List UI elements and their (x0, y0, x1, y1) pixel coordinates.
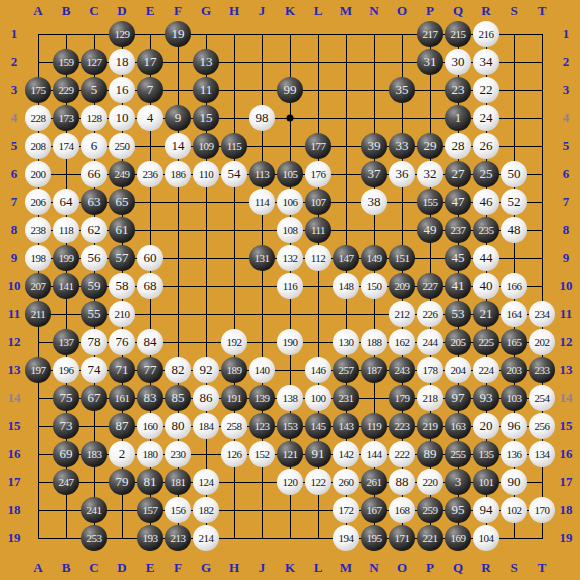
stone-H14[interactable]: 191 (221, 385, 247, 411)
stone-S14[interactable]: 103 (501, 385, 527, 411)
stone-C16[interactable]: 183 (81, 441, 107, 467)
stone-R4[interactable]: 24 (473, 105, 499, 131)
coord-label-P: P (416, 560, 444, 576)
stone-D9[interactable]: 57 (109, 245, 135, 271)
coord-label-G: G (192, 560, 220, 576)
stone-H6[interactable]: 54 (221, 161, 247, 187)
stone-P10[interactable]: 227 (417, 273, 443, 299)
stone-D1[interactable]: 129 (109, 21, 135, 47)
coord-label-O: O (388, 560, 416, 576)
stone-E16[interactable]: 180 (137, 441, 163, 467)
stone-F17[interactable]: 181 (165, 469, 191, 495)
coord-label-10: 10 (553, 272, 579, 300)
stone-P15[interactable]: 219 (417, 413, 443, 439)
coord-label-T: T (528, 560, 556, 576)
stone-C9[interactable]: 56 (81, 245, 107, 271)
stone-E18[interactable]: 157 (137, 497, 163, 523)
stone-T13[interactable]: 233 (529, 357, 555, 383)
coord-label-S: S (500, 3, 528, 19)
stone-E17[interactable]: 81 (137, 469, 163, 495)
stone-H13[interactable]: 189 (221, 357, 247, 383)
stone-F14[interactable]: 85 (165, 385, 191, 411)
stone-P8[interactable]: 49 (417, 217, 443, 243)
stone-G3[interactable]: 11 (193, 77, 219, 103)
coord-label-17: 17 (553, 468, 579, 496)
coord-label-H: H (220, 3, 248, 19)
coord-label-E: E (136, 560, 164, 576)
stone-A13[interactable]: 197 (25, 357, 51, 383)
stone-R16[interactable]: 135 (473, 441, 499, 467)
stone-R12[interactable]: 225 (473, 329, 499, 355)
stone-R13[interactable]: 224 (473, 357, 499, 383)
stone-K15[interactable]: 153 (277, 413, 303, 439)
coord-label-K: K (276, 3, 304, 19)
stone-Q14[interactable]: 97 (445, 385, 471, 411)
stone-O15[interactable]: 223 (389, 413, 415, 439)
stone-C13[interactable]: 74 (81, 357, 107, 383)
stone-B8[interactable]: 118 (53, 217, 79, 243)
stone-K14[interactable]: 138 (277, 385, 303, 411)
coord-label-15: 15 (553, 412, 579, 440)
stone-K3[interactable]: 99 (277, 77, 303, 103)
coord-label-B: B (52, 560, 80, 576)
stone-T16[interactable]: 134 (529, 441, 555, 467)
stone-P2[interactable]: 31 (417, 49, 443, 75)
stone-E19[interactable]: 193 (137, 525, 163, 551)
stone-N9[interactable]: 149 (361, 245, 387, 271)
stone-Q11[interactable]: 53 (445, 301, 471, 327)
stone-J13[interactable]: 140 (249, 357, 275, 383)
stone-F13[interactable]: 82 (165, 357, 191, 383)
stone-O3[interactable]: 35 (389, 77, 415, 103)
stone-B13[interactable]: 196 (53, 357, 79, 383)
stone-D8[interactable]: 61 (109, 217, 135, 243)
stone-O17[interactable]: 88 (389, 469, 415, 495)
stone-K6[interactable]: 105 (277, 161, 303, 187)
coord-label-13: 13 (553, 356, 579, 384)
stone-L8[interactable]: 111 (305, 217, 331, 243)
stone-C14[interactable]: 67 (81, 385, 107, 411)
stone-M18[interactable]: 172 (333, 497, 359, 523)
stone-O13[interactable]: 243 (389, 357, 415, 383)
stone-B16[interactable]: 69 (53, 441, 79, 467)
stone-O14[interactable]: 179 (389, 385, 415, 411)
stone-J15[interactable]: 123 (249, 413, 275, 439)
stone-G6[interactable]: 110 (193, 161, 219, 187)
coord-label-14: 14 (553, 384, 579, 412)
stone-P12[interactable]: 244 (417, 329, 443, 355)
stone-C11[interactable]: 55 (81, 301, 107, 327)
stone-E10[interactable]: 68 (137, 273, 163, 299)
coord-label-5: 5 (553, 132, 579, 160)
coord-label-B: B (52, 3, 80, 19)
coord-label-9: 9 (553, 244, 579, 272)
stone-E12[interactable]: 84 (137, 329, 163, 355)
coord-label-11: 11 (553, 300, 579, 328)
coord-label-L: L (304, 3, 332, 19)
stone-O5[interactable]: 33 (389, 133, 415, 159)
stone-P11[interactable]: 226 (417, 301, 443, 327)
stone-P17[interactable]: 220 (417, 469, 443, 495)
stone-A10[interactable]: 207 (25, 273, 51, 299)
stone-R10[interactable]: 40 (473, 273, 499, 299)
stone-S17[interactable]: 90 (501, 469, 527, 495)
stone-L6[interactable]: 176 (305, 161, 331, 187)
coord-label-S: S (500, 560, 528, 576)
stone-G18[interactable]: 182 (193, 497, 219, 523)
stone-D10[interactable]: 58 (109, 273, 135, 299)
stone-Q19[interactable]: 169 (445, 525, 471, 551)
stone-G2[interactable]: 13 (193, 49, 219, 75)
stone-T12[interactable]: 202 (529, 329, 555, 355)
stone-P19[interactable]: 221 (417, 525, 443, 551)
stone-A11[interactable]: 211 (25, 301, 51, 327)
stone-Q4[interactable]: 1 (445, 105, 471, 131)
stone-Q17[interactable]: 3 (445, 469, 471, 495)
stone-A4[interactable]: 228 (25, 105, 51, 131)
stone-C12[interactable]: 78 (81, 329, 107, 355)
stone-L17[interactable]: 122 (305, 469, 331, 495)
stone-Q8[interactable]: 237 (445, 217, 471, 243)
stone-M9[interactable]: 147 (333, 245, 359, 271)
stone-F16[interactable]: 230 (165, 441, 191, 467)
coord-label-12: 12 (553, 328, 579, 356)
stone-D6[interactable]: 249 (109, 161, 135, 187)
stone-H12[interactable]: 192 (221, 329, 247, 355)
coord-label-J: J (248, 3, 276, 19)
coord-label-E: E (136, 3, 164, 19)
stone-Q5[interactable]: 28 (445, 133, 471, 159)
stone-Q6[interactable]: 27 (445, 161, 471, 187)
stone-T11[interactable]: 234 (529, 301, 555, 327)
stone-A7[interactable]: 206 (25, 189, 51, 215)
stone-Q10[interactable]: 41 (445, 273, 471, 299)
stone-P16[interactable]: 89 (417, 441, 443, 467)
stone-S6[interactable]: 50 (501, 161, 527, 187)
stone-M16[interactable]: 142 (333, 441, 359, 467)
stone-N10[interactable]: 150 (361, 273, 387, 299)
stones-grid[interactable]: 1291921721521615912718171331303417522951… (24, 20, 556, 552)
stone-F1[interactable]: 19 (165, 21, 191, 47)
stone-S10[interactable]: 166 (501, 273, 527, 299)
stone-P13[interactable]: 178 (417, 357, 443, 383)
stone-D4[interactable]: 10 (109, 105, 135, 131)
stone-R19[interactable]: 104 (473, 525, 499, 551)
column-labels-top: ABCDEFGHJKLMNOPQRST (24, 3, 556, 19)
coord-label-2: 2 (553, 48, 579, 76)
stone-P14[interactable]: 218 (417, 385, 443, 411)
stone-S11[interactable]: 164 (501, 301, 527, 327)
stone-O9[interactable]: 151 (389, 245, 415, 271)
stone-Q18[interactable]: 95 (445, 497, 471, 523)
stone-J4[interactable]: 98 (249, 105, 275, 131)
stone-E15[interactable]: 160 (137, 413, 163, 439)
stone-G17[interactable]: 124 (193, 469, 219, 495)
stone-N17[interactable]: 261 (361, 469, 387, 495)
coord-label-J: J (248, 560, 276, 576)
stone-P18[interactable]: 259 (417, 497, 443, 523)
stone-S12[interactable]: 165 (501, 329, 527, 355)
coord-label-Q: Q (444, 560, 472, 576)
stone-B2[interactable]: 159 (53, 49, 79, 75)
coord-label-O: O (388, 3, 416, 19)
stone-B15[interactable]: 73 (53, 413, 79, 439)
stone-C2[interactable]: 127 (81, 49, 107, 75)
coord-label-R: R (472, 3, 500, 19)
stone-C19[interactable]: 253 (81, 525, 107, 551)
stone-Q16[interactable]: 255 (445, 441, 471, 467)
coord-label-Q: Q (444, 3, 472, 19)
stone-P1[interactable]: 217 (417, 21, 443, 47)
stone-R8[interactable]: 235 (473, 217, 499, 243)
stone-Q9[interactable]: 45 (445, 245, 471, 271)
coord-label-D: D (108, 3, 136, 19)
stone-L15[interactable]: 145 (305, 413, 331, 439)
stone-K17[interactable]: 120 (277, 469, 303, 495)
stone-D12[interactable]: 76 (109, 329, 135, 355)
stone-P6[interactable]: 32 (417, 161, 443, 187)
stone-N16[interactable]: 144 (361, 441, 387, 467)
stone-R15[interactable]: 20 (473, 413, 499, 439)
stone-B7[interactable]: 64 (53, 189, 79, 215)
stone-F5[interactable]: 14 (165, 133, 191, 159)
column-labels-bottom: ABCDEFGHJKLMNOPQRST (24, 560, 556, 576)
coord-label-8: 8 (553, 216, 579, 244)
stone-K10[interactable]: 116 (277, 273, 303, 299)
stone-C18[interactable]: 241 (81, 497, 107, 523)
stone-M13[interactable]: 257 (333, 357, 359, 383)
go-board[interactable]: ABCDEFGHJKLMNOPQRST ABCDEFGHJKLMNOPQRST … (0, 0, 580, 580)
stone-R14[interactable]: 93 (473, 385, 499, 411)
coord-label-M: M (332, 560, 360, 576)
stone-G14[interactable]: 86 (193, 385, 219, 411)
coord-label-K: K (276, 560, 304, 576)
stone-D15[interactable]: 87 (109, 413, 135, 439)
stone-D2[interactable]: 18 (109, 49, 135, 75)
stone-Q3[interactable]: 23 (445, 77, 471, 103)
stone-L7[interactable]: 107 (305, 189, 331, 215)
stone-R18[interactable]: 94 (473, 497, 499, 523)
stone-O6[interactable]: 36 (389, 161, 415, 187)
coord-label-H: H (220, 560, 248, 576)
stone-B3[interactable]: 229 (53, 77, 79, 103)
coord-label-1: 1 (553, 20, 579, 48)
stone-P5[interactable]: 29 (417, 133, 443, 159)
stone-R3[interactable]: 22 (473, 77, 499, 103)
stone-J7[interactable]: 114 (249, 189, 275, 215)
stone-T18[interactable]: 170 (529, 497, 555, 523)
stone-E3[interactable]: 7 (137, 77, 163, 103)
stone-L14[interactable]: 100 (305, 385, 331, 411)
stone-D5[interactable]: 250 (109, 133, 135, 159)
stone-K12[interactable]: 190 (277, 329, 303, 355)
stone-B4[interactable]: 173 (53, 105, 79, 131)
stone-G15[interactable]: 184 (193, 413, 219, 439)
stone-C10[interactable]: 59 (81, 273, 107, 299)
stone-D3[interactable]: 16 (109, 77, 135, 103)
stone-T15[interactable]: 256 (529, 413, 555, 439)
stone-S16[interactable]: 136 (501, 441, 527, 467)
coord-label-A: A (24, 3, 52, 19)
stone-N6[interactable]: 37 (361, 161, 387, 187)
stone-J16[interactable]: 152 (249, 441, 275, 467)
stone-D14[interactable]: 161 (109, 385, 135, 411)
stone-S13[interactable]: 203 (501, 357, 527, 383)
stone-A8[interactable]: 238 (25, 217, 51, 243)
stone-G4[interactable]: 15 (193, 105, 219, 131)
stone-N19[interactable]: 195 (361, 525, 387, 551)
stone-L16[interactable]: 91 (305, 441, 331, 467)
coord-label-L: L (304, 560, 332, 576)
coord-label-6: 6 (553, 160, 579, 188)
stone-C4[interactable]: 128 (81, 105, 107, 131)
coord-label-F: F (164, 3, 192, 19)
stone-A3[interactable]: 175 (25, 77, 51, 103)
stone-M12[interactable]: 130 (333, 329, 359, 355)
stone-J6[interactable]: 113 (249, 161, 275, 187)
stone-F15[interactable]: 80 (165, 413, 191, 439)
stone-B10[interactable]: 141 (53, 273, 79, 299)
stone-B5[interactable]: 174 (53, 133, 79, 159)
stone-Q13[interactable]: 204 (445, 357, 471, 383)
stone-B12[interactable]: 137 (53, 329, 79, 355)
stone-K7[interactable]: 106 (277, 189, 303, 215)
stone-D7[interactable]: 65 (109, 189, 135, 215)
stone-C6[interactable]: 66 (81, 161, 107, 187)
stone-S8[interactable]: 48 (501, 217, 527, 243)
stone-S18[interactable]: 102 (501, 497, 527, 523)
stone-S7[interactable]: 52 (501, 189, 527, 215)
stone-M19[interactable]: 194 (333, 525, 359, 551)
stone-O16[interactable]: 222 (389, 441, 415, 467)
coord-label-N: N (360, 560, 388, 576)
stone-R9[interactable]: 44 (473, 245, 499, 271)
row-labels-right: 12345678910111213141516171819 (553, 20, 579, 552)
stone-Q15[interactable]: 163 (445, 413, 471, 439)
stone-L13[interactable]: 146 (305, 357, 331, 383)
coord-label-3: 3 (553, 76, 579, 104)
stone-J14[interactable]: 139 (249, 385, 275, 411)
stone-F19[interactable]: 213 (165, 525, 191, 551)
stone-E9[interactable]: 60 (137, 245, 163, 271)
stone-K8[interactable]: 108 (277, 217, 303, 243)
coord-label-M: M (332, 3, 360, 19)
stone-H15[interactable]: 258 (221, 413, 247, 439)
stone-O10[interactable]: 209 (389, 273, 415, 299)
coord-label-4: 4 (553, 104, 579, 132)
stone-O11[interactable]: 212 (389, 301, 415, 327)
stone-Q7[interactable]: 47 (445, 189, 471, 215)
coord-label-19: 19 (553, 524, 579, 552)
stone-A5[interactable]: 208 (25, 133, 51, 159)
stone-F6[interactable]: 186 (165, 161, 191, 187)
stone-M15[interactable]: 143 (333, 413, 359, 439)
stone-E4[interactable]: 4 (137, 105, 163, 131)
stone-H16[interactable]: 126 (221, 441, 247, 467)
stone-B14[interactable]: 75 (53, 385, 79, 411)
coord-label-F: F (164, 560, 192, 576)
stone-K16[interactable]: 121 (277, 441, 303, 467)
stone-R2[interactable]: 34 (473, 49, 499, 75)
stone-R5[interactable]: 26 (473, 133, 499, 159)
stone-N5[interactable]: 39 (361, 133, 387, 159)
stone-N13[interactable]: 187 (361, 357, 387, 383)
stone-K9[interactable]: 132 (277, 245, 303, 271)
stone-C3[interactable]: 5 (81, 77, 107, 103)
stone-O19[interactable]: 171 (389, 525, 415, 551)
stone-J9[interactable]: 131 (249, 245, 275, 271)
stone-B9[interactable]: 199 (53, 245, 79, 271)
stone-R6[interactable]: 25 (473, 161, 499, 187)
stone-P7[interactable]: 155 (417, 189, 443, 215)
coord-label-C: C (80, 3, 108, 19)
stone-H5[interactable]: 115 (221, 133, 247, 159)
stone-E13[interactable]: 77 (137, 357, 163, 383)
stone-C8[interactable]: 62 (81, 217, 107, 243)
stone-G13[interactable]: 92 (193, 357, 219, 383)
stone-O18[interactable]: 168 (389, 497, 415, 523)
stone-E6[interactable]: 236 (137, 161, 163, 187)
stone-C5[interactable]: 6 (81, 133, 107, 159)
stone-Q1[interactable]: 215 (445, 21, 471, 47)
coord-label-A: A (24, 560, 52, 576)
coord-label-18: 18 (553, 496, 579, 524)
stone-D11[interactable]: 210 (109, 301, 135, 327)
stone-D16[interactable]: 2 (109, 441, 135, 467)
stone-R1[interactable]: 216 (473, 21, 499, 47)
stone-R7[interactable]: 46 (473, 189, 499, 215)
stone-M14[interactable]: 231 (333, 385, 359, 411)
stone-D17[interactable]: 79 (109, 469, 135, 495)
coord-label-N: N (360, 3, 388, 19)
stone-O12[interactable]: 162 (389, 329, 415, 355)
stone-N18[interactable]: 167 (361, 497, 387, 523)
coord-label-7: 7 (553, 188, 579, 216)
stone-N7[interactable]: 38 (361, 189, 387, 215)
stone-S15[interactable]: 96 (501, 413, 527, 439)
coord-label-P: P (416, 3, 444, 19)
stone-M17[interactable]: 260 (333, 469, 359, 495)
stone-R17[interactable]: 101 (473, 469, 499, 495)
stone-T14[interactable]: 254 (529, 385, 555, 411)
stone-A6[interactable]: 200 (25, 161, 51, 187)
stone-F18[interactable]: 156 (165, 497, 191, 523)
stone-B17[interactable]: 247 (53, 469, 79, 495)
stone-F4[interactable]: 9 (165, 105, 191, 131)
stone-M10[interactable]: 148 (333, 273, 359, 299)
stone-Q12[interactable]: 205 (445, 329, 471, 355)
coord-label-G: G (192, 3, 220, 19)
stone-A9[interactable]: 198 (25, 245, 51, 271)
coord-label-R: R (472, 560, 500, 576)
stone-D13[interactable]: 71 (109, 357, 135, 383)
coord-label-D: D (108, 560, 136, 576)
coord-label-C: C (80, 560, 108, 576)
stone-Q2[interactable]: 30 (445, 49, 471, 75)
stone-L9[interactable]: 112 (305, 245, 331, 271)
stone-R11[interactable]: 21 (473, 301, 499, 327)
stone-E2[interactable]: 17 (137, 49, 163, 75)
stone-G19[interactable]: 214 (193, 525, 219, 551)
stone-N15[interactable]: 119 (361, 413, 387, 439)
coord-label-16: 16 (553, 440, 579, 468)
stone-N12[interactable]: 188 (361, 329, 387, 355)
stone-C7[interactable]: 63 (81, 189, 107, 215)
stone-L5[interactable]: 177 (305, 133, 331, 159)
coord-label-T: T (528, 3, 556, 19)
stone-G5[interactable]: 109 (193, 133, 219, 159)
stone-E14[interactable]: 83 (137, 385, 163, 411)
